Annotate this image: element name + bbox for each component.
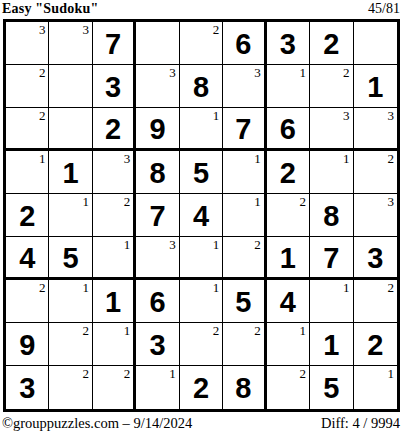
cell-r3c2[interactable] xyxy=(49,108,92,151)
corner-mark: 3 xyxy=(343,108,350,123)
cell-value: 3 xyxy=(367,244,383,273)
cell-r1c4[interactable] xyxy=(136,22,179,65)
cell-r7c9[interactable]: 2 xyxy=(354,280,397,323)
cell-value: 5 xyxy=(63,244,79,273)
cell-value: 6 xyxy=(149,288,165,317)
cell-r2c3[interactable]: 3 xyxy=(93,65,136,108)
cell-value: 4 xyxy=(19,244,35,273)
corner-mark: 3 xyxy=(82,22,89,37)
corner-mark: 2 xyxy=(387,151,394,166)
corner-mark: 2 xyxy=(300,366,307,381)
cell-r9c8[interactable]: 5 xyxy=(310,366,353,409)
cell-value: 3 xyxy=(19,374,35,403)
corner-mark: 1 xyxy=(387,366,394,381)
cell-r7c3[interactable]: 1 xyxy=(93,280,136,323)
cell-r9c3[interactable]: 2 xyxy=(93,366,136,409)
cell-r7c7[interactable]: 4 xyxy=(267,280,310,323)
corner-mark: 2 xyxy=(213,323,220,338)
cell-r2c2[interactable] xyxy=(49,65,92,108)
cell-value: 7 xyxy=(323,244,339,273)
cell-r8c4[interactable]: 3 xyxy=(136,323,179,366)
cell-r4c5[interactable]: 5 xyxy=(180,151,223,194)
corner-mark: 2 xyxy=(387,280,394,295)
cell-r4c2[interactable]: 1 xyxy=(49,151,92,194)
cell-r1c7[interactable]: 3 xyxy=(267,22,310,65)
cell-r3c4[interactable]: 9 xyxy=(136,108,179,151)
cell-r7c2[interactable]: 1 xyxy=(49,280,92,323)
cell-r6c1[interactable]: 4 xyxy=(6,237,49,280)
corner-mark: 2 xyxy=(82,323,89,338)
corner-mark: 2 xyxy=(39,108,46,123)
corner-mark: 1 xyxy=(82,280,89,295)
cell-value: 5 xyxy=(323,374,339,403)
cell-r8c1[interactable]: 9 xyxy=(6,323,49,366)
cell-r2c5[interactable]: 8 xyxy=(180,65,223,108)
cell-r4c4[interactable]: 8 xyxy=(136,151,179,194)
cell-value: 2 xyxy=(367,331,383,360)
corner-mark: 2 xyxy=(124,194,131,209)
corner-mark: 2 xyxy=(82,366,89,381)
cell-r9c7[interactable]: 2 xyxy=(267,366,310,409)
cell-value: 3 xyxy=(149,331,165,360)
cell-r4c8[interactable]: 1 xyxy=(310,151,353,194)
cell-r5c8[interactable]: 8 xyxy=(310,194,353,237)
corner-mark: 1 xyxy=(82,194,89,209)
cell-value: 7 xyxy=(105,30,121,59)
cell-r7c6[interactable]: 5 xyxy=(223,280,266,323)
cell-r6c4[interactable]: 3 xyxy=(136,237,179,280)
cell-r8c6[interactable]: 2 xyxy=(223,323,266,366)
cell-r9c4[interactable]: 1 xyxy=(136,366,179,409)
cell-r3c5[interactable]: 1 xyxy=(180,108,223,151)
sudoku-board: 3372632233831212291763311385121221274128… xyxy=(3,19,400,412)
cell-r4c6[interactable]: 1 xyxy=(223,151,266,194)
cell-value: 3 xyxy=(105,73,121,102)
cell-r2c1[interactable]: 2 xyxy=(6,65,49,108)
cell-r5c4[interactable]: 7 xyxy=(136,194,179,237)
cell-r8c7[interactable]: 1 xyxy=(267,323,310,366)
corner-mark: 1 xyxy=(124,237,131,252)
cell-value: 6 xyxy=(235,30,251,59)
corner-mark: 3 xyxy=(387,108,394,123)
corner-mark: 1 xyxy=(124,323,131,338)
cell-r8c9[interactable]: 2 xyxy=(354,323,397,366)
cell-r4c7[interactable]: 2 xyxy=(267,151,310,194)
cell-value: 4 xyxy=(193,202,209,231)
corner-mark: 1 xyxy=(213,237,220,252)
cell-r5c5[interactable]: 4 xyxy=(180,194,223,237)
cell-r2c9[interactable]: 1 xyxy=(354,65,397,108)
cell-r3c9[interactable]: 3 xyxy=(354,108,397,151)
corner-mark: 3 xyxy=(124,151,131,166)
cell-r5c3[interactable]: 2 xyxy=(93,194,136,237)
cell-r4c3[interactable]: 3 xyxy=(93,151,136,194)
cell-r9c9[interactable]: 1 xyxy=(354,366,397,409)
cell-r1c1[interactable]: 3 xyxy=(6,22,49,65)
cell-r5c6[interactable]: 1 xyxy=(223,194,266,237)
cell-r6c6[interactable]: 2 xyxy=(223,237,266,280)
corner-mark: 1 xyxy=(300,65,307,80)
cell-r3c1[interactable]: 2 xyxy=(6,108,49,151)
cell-r5c1[interactable]: 2 xyxy=(6,194,49,237)
cell-r6c2[interactable]: 5 xyxy=(49,237,92,280)
corner-mark: 3 xyxy=(169,237,176,252)
cell-r8c3[interactable]: 1 xyxy=(93,323,136,366)
cell-r2c7[interactable]: 1 xyxy=(267,65,310,108)
cell-r8c8[interactable]: 1 xyxy=(310,323,353,366)
cell-value: 2 xyxy=(323,30,339,59)
cell-r4c9[interactable]: 2 xyxy=(354,151,397,194)
corner-mark: 1 xyxy=(343,151,350,166)
cell-value: 5 xyxy=(193,159,209,188)
cell-r1c8[interactable]: 2 xyxy=(310,22,353,65)
difficulty-text: Diff: 4 / 9994 xyxy=(321,415,400,432)
cell-r7c4[interactable]: 6 xyxy=(136,280,179,323)
corner-mark: 1 xyxy=(254,194,261,209)
cell-r5c9[interactable]: 3 xyxy=(354,194,397,237)
cell-value: 1 xyxy=(280,244,296,273)
cell-value: 1 xyxy=(323,331,339,360)
cell-value: 2 xyxy=(105,115,121,144)
corner-mark: 1 xyxy=(169,366,176,381)
corner-mark: 1 xyxy=(213,108,220,123)
corner-mark: 2 xyxy=(213,22,220,37)
cell-r2c4[interactable]: 3 xyxy=(136,65,179,108)
cell-r1c9[interactable] xyxy=(354,22,397,65)
cell-value: 8 xyxy=(323,202,339,231)
corner-mark: 3 xyxy=(387,194,394,209)
cell-value: 8 xyxy=(193,73,209,102)
cell-r1c6[interactable]: 6 xyxy=(223,22,266,65)
cell-r4c1[interactable]: 1 xyxy=(6,151,49,194)
corner-mark: 1 xyxy=(39,151,46,166)
cell-r3c6[interactable]: 7 xyxy=(223,108,266,151)
cell-r7c1[interactable]: 2 xyxy=(6,280,49,323)
cell-r7c5[interactable]: 1 xyxy=(180,280,223,323)
cell-r3c7[interactable]: 6 xyxy=(267,108,310,151)
cell-r6c9[interactable]: 3 xyxy=(354,237,397,280)
footer: ©grouppuzzles.com – 9/14/2024 Diff: 4 / … xyxy=(2,415,400,432)
cell-r5c7[interactable]: 2 xyxy=(267,194,310,237)
cell-value: 2 xyxy=(193,374,209,403)
cell-r9c2[interactable]: 2 xyxy=(49,366,92,409)
cell-value: 7 xyxy=(149,202,165,231)
cell-r3c3[interactable]: 2 xyxy=(93,108,136,151)
cell-value: 6 xyxy=(280,115,296,144)
corner-mark: 2 xyxy=(39,280,46,295)
cell-r6c3[interactable]: 1 xyxy=(93,237,136,280)
cell-value: 8 xyxy=(235,374,251,403)
corner-mark: 2 xyxy=(124,366,131,381)
cell-value: 4 xyxy=(280,288,296,317)
corner-mark: 2 xyxy=(254,237,261,252)
cell-r9c6[interactable]: 8 xyxy=(223,366,266,409)
cell-value: 9 xyxy=(19,331,35,360)
corner-mark: 2 xyxy=(343,65,350,80)
cell-r9c5[interactable]: 2 xyxy=(180,366,223,409)
header: Easy "Sudoku" 45/81 xyxy=(2,1,400,18)
puzzle-title: Easy "Sudoku" xyxy=(2,1,98,17)
cell-value: 1 xyxy=(367,73,383,102)
cell-r3c8[interactable]: 3 xyxy=(310,108,353,151)
corner-mark: 2 xyxy=(254,323,261,338)
corner-mark: 2 xyxy=(300,194,307,209)
corner-mark: 1 xyxy=(254,151,261,166)
cell-value: 8 xyxy=(149,159,165,188)
cell-value: 2 xyxy=(280,159,296,188)
cell-r1c5[interactable]: 2 xyxy=(180,22,223,65)
corner-mark: 1 xyxy=(343,280,350,295)
corner-mark: 3 xyxy=(39,22,46,37)
cell-value: 2 xyxy=(19,202,35,231)
cell-r2c6[interactable]: 3 xyxy=(223,65,266,108)
cell-r8c5[interactable]: 2 xyxy=(180,323,223,366)
cell-value: 9 xyxy=(149,115,165,144)
cell-r8c2[interactable]: 2 xyxy=(49,323,92,366)
page: Easy "Sudoku" 45/81 33726322338312122917… xyxy=(0,0,403,437)
cell-r7c8[interactable]: 1 xyxy=(310,280,353,323)
cell-value: 3 xyxy=(280,30,296,59)
cell-value: 5 xyxy=(235,288,251,317)
copyright-text: ©grouppuzzles.com – 9/14/2024 xyxy=(2,415,192,432)
cell-r1c3[interactable]: 7 xyxy=(93,22,136,65)
cell-r6c7[interactable]: 1 xyxy=(267,237,310,280)
cell-value: 1 xyxy=(63,159,79,188)
corner-mark: 1 xyxy=(300,323,307,338)
cell-r6c8[interactable]: 7 xyxy=(310,237,353,280)
cell-r6c5[interactable]: 1 xyxy=(180,237,223,280)
cell-value: 1 xyxy=(105,288,121,317)
corner-mark: 1 xyxy=(213,280,220,295)
cell-r1c2[interactable]: 3 xyxy=(49,22,92,65)
progress-counter: 45/81 xyxy=(368,1,400,17)
cell-r2c8[interactable]: 2 xyxy=(310,65,353,108)
corner-mark: 3 xyxy=(169,65,176,80)
cell-r5c2[interactable]: 1 xyxy=(49,194,92,237)
corner-mark: 3 xyxy=(254,65,261,80)
cell-r9c1[interactable]: 3 xyxy=(6,366,49,409)
cell-value: 7 xyxy=(235,115,251,144)
corner-mark: 2 xyxy=(39,65,46,80)
